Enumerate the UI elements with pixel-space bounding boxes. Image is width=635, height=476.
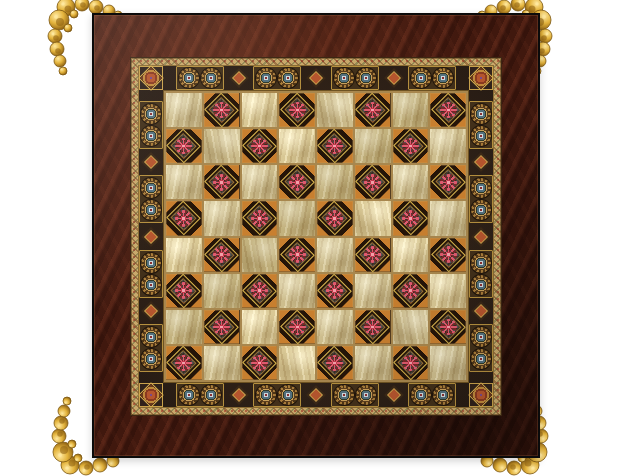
- red-flower-motif: [289, 174, 306, 190]
- square-b3[interactable]: [204, 274, 240, 308]
- diamond-separator: [145, 231, 156, 242]
- medallion-pair: [176, 383, 224, 407]
- square-e8[interactable]: [317, 93, 353, 127]
- square-g2[interactable]: [393, 310, 429, 344]
- diamond-separator: [145, 157, 156, 168]
- medallion-pair: [408, 66, 456, 90]
- square-d6[interactable]: [279, 165, 315, 199]
- rosette-medallion: [141, 200, 161, 220]
- medallion-band: [138, 65, 494, 408]
- square-a1[interactable]: [166, 346, 202, 380]
- red-flower-motif: [364, 319, 381, 335]
- square-h8[interactable]: [430, 93, 466, 127]
- medallion-pair: [139, 324, 163, 372]
- rosette-medallion: [433, 68, 453, 88]
- rosette-medallion: [141, 327, 161, 347]
- red-flower-motif: [402, 210, 419, 226]
- square-g7[interactable]: [393, 129, 429, 163]
- diamond-separator: [475, 305, 486, 316]
- square-e5[interactable]: [317, 201, 353, 235]
- red-flower-motif: [213, 246, 230, 262]
- square-c6[interactable]: [242, 165, 278, 199]
- medallion-pair: [408, 383, 456, 407]
- medallion-pair: [331, 383, 379, 407]
- red-flower-motif: [440, 246, 457, 262]
- rosette-medallion: [471, 327, 491, 347]
- medallion-pair: [253, 66, 301, 90]
- rosette-medallion: [471, 104, 491, 124]
- square-a2[interactable]: [166, 310, 202, 344]
- square-g5[interactable]: [393, 201, 429, 235]
- rosette-medallion: [433, 385, 453, 405]
- rosette-medallion: [278, 385, 298, 405]
- square-c3[interactable]: [242, 274, 278, 308]
- square-f1[interactable]: [355, 346, 391, 380]
- rosette-medallion: [201, 68, 221, 88]
- square-g1[interactable]: [393, 346, 429, 380]
- square-f3[interactable]: [355, 274, 391, 308]
- square-a7[interactable]: [166, 129, 202, 163]
- square-e1[interactable]: [317, 346, 353, 380]
- diamond-separator: [310, 72, 321, 83]
- medallion-pair: [469, 175, 493, 223]
- red-flower-motif: [251, 355, 268, 371]
- square-b7[interactable]: [204, 129, 240, 163]
- red-flower-motif: [251, 210, 268, 226]
- diamond-separator: [475, 231, 486, 242]
- medallion-pair: [331, 66, 379, 90]
- rosette-medallion: [471, 349, 491, 369]
- rosette-medallion: [471, 178, 491, 198]
- chess-table: [92, 13, 540, 458]
- rosette-medallion: [179, 385, 199, 405]
- square-d3[interactable]: [279, 274, 315, 308]
- square-f2[interactable]: [355, 310, 391, 344]
- red-flower-motif: [440, 174, 457, 190]
- band-corner-medallion-top-right: [469, 66, 493, 90]
- square-f6[interactable]: [355, 165, 391, 199]
- square-g4[interactable]: [393, 238, 429, 272]
- rosette-medallion: [471, 200, 491, 220]
- square-f8[interactable]: [355, 93, 391, 127]
- red-flower-motif: [364, 246, 381, 262]
- medallion-edge-left: [139, 92, 163, 381]
- square-h5[interactable]: [430, 201, 466, 235]
- square-g8[interactable]: [393, 93, 429, 127]
- square-h2[interactable]: [430, 310, 466, 344]
- diamond-separator: [310, 389, 321, 400]
- red-flower-motif: [213, 174, 230, 190]
- square-f5[interactable]: [355, 201, 391, 235]
- rosette-medallion: [334, 68, 354, 88]
- rosette-medallion: [471, 253, 491, 273]
- rosette-medallion: [141, 253, 161, 273]
- band-corner-medallion-top-left: [139, 66, 163, 90]
- rosette-medallion: [141, 349, 161, 369]
- square-a3[interactable]: [166, 274, 202, 308]
- square-e2[interactable]: [317, 310, 353, 344]
- red-flower-motif: [175, 210, 192, 226]
- square-c2[interactable]: [242, 310, 278, 344]
- chessboard: [164, 91, 468, 382]
- square-f7[interactable]: [355, 129, 391, 163]
- red-flower-motif: [402, 282, 419, 298]
- red-flower-motif: [251, 282, 268, 298]
- red-flower-motif: [402, 355, 419, 371]
- rosette-medallion: [141, 104, 161, 124]
- rosette-medallion: [256, 385, 276, 405]
- rosette-medallion: [256, 68, 276, 88]
- square-b4[interactable]: [204, 238, 240, 272]
- square-c8[interactable]: [242, 93, 278, 127]
- red-flower-motif: [289, 319, 306, 335]
- band-corner-medallion-bottom-left: [139, 383, 163, 407]
- red-flower-motif: [440, 319, 457, 335]
- diamond-separator: [388, 389, 399, 400]
- square-h7[interactable]: [430, 129, 466, 163]
- rosette-medallion: [201, 385, 221, 405]
- square-d7[interactable]: [279, 129, 315, 163]
- rosette-medallion: [356, 385, 376, 405]
- square-d5[interactable]: [279, 201, 315, 235]
- rosette-medallion: [356, 68, 376, 88]
- square-g3[interactable]: [393, 274, 429, 308]
- diamond-separator: [233, 389, 244, 400]
- square-c4[interactable]: [242, 238, 278, 272]
- square-a4[interactable]: [166, 238, 202, 272]
- product-photo: [0, 0, 635, 476]
- medallion-pair: [469, 101, 493, 149]
- medallion-pair: [253, 383, 301, 407]
- square-e4[interactable]: [317, 238, 353, 272]
- square-b6[interactable]: [204, 165, 240, 199]
- red-flower-motif: [213, 319, 230, 335]
- rosette-medallion: [179, 68, 199, 88]
- square-h4[interactable]: [430, 238, 466, 272]
- square-h1[interactable]: [430, 346, 466, 380]
- red-flower-motif: [289, 246, 306, 262]
- square-h3[interactable]: [430, 274, 466, 308]
- rosette-medallion: [411, 68, 431, 88]
- red-flower-motif: [289, 102, 306, 118]
- rosette-medallion: [141, 126, 161, 146]
- square-a6[interactable]: [166, 165, 202, 199]
- red-flower-motif: [440, 102, 457, 118]
- rosette-medallion: [471, 275, 491, 295]
- square-c5[interactable]: [242, 201, 278, 235]
- medallion-pair: [176, 66, 224, 90]
- square-b2[interactable]: [204, 310, 240, 344]
- rosette-medallion: [411, 385, 431, 405]
- square-d1[interactable]: [279, 346, 315, 380]
- square-d8[interactable]: [279, 93, 315, 127]
- rosette-medallion: [334, 385, 354, 405]
- square-h6[interactable]: [430, 165, 466, 199]
- diamond-separator: [475, 157, 486, 168]
- square-b1[interactable]: [204, 346, 240, 380]
- square-a5[interactable]: [166, 201, 202, 235]
- medallion-edge-bottom: [165, 383, 467, 407]
- medallion-edge-top: [165, 66, 467, 90]
- diamond-separator: [233, 72, 244, 83]
- band-corner-medallion-bottom-right: [469, 383, 493, 407]
- diamond-separator: [145, 305, 156, 316]
- square-e3[interactable]: [317, 274, 353, 308]
- square-g6[interactable]: [393, 165, 429, 199]
- medallion-pair: [469, 250, 493, 298]
- square-e7[interactable]: [317, 129, 353, 163]
- rosette-medallion: [471, 126, 491, 146]
- medallion-edge-right: [469, 92, 493, 381]
- square-a8[interactable]: [166, 93, 202, 127]
- square-d4[interactable]: [279, 238, 315, 272]
- square-b8[interactable]: [204, 93, 240, 127]
- square-b5[interactable]: [204, 201, 240, 235]
- medallion-pair: [469, 324, 493, 372]
- medallion-pair: [139, 250, 163, 298]
- medallion-pair: [139, 175, 163, 223]
- square-d2[interactable]: [279, 310, 315, 344]
- mosaic-border-strip: [130, 57, 502, 416]
- red-flower-motif: [364, 174, 381, 190]
- medallion-pair: [139, 101, 163, 149]
- square-e6[interactable]: [317, 165, 353, 199]
- red-flower-motif: [326, 210, 343, 226]
- square-c1[interactable]: [242, 346, 278, 380]
- square-f4[interactable]: [355, 238, 391, 272]
- square-c7[interactable]: [242, 129, 278, 163]
- diamond-separator: [388, 72, 399, 83]
- rosette-medallion: [278, 68, 298, 88]
- rosette-medallion: [141, 275, 161, 295]
- rosette-medallion: [141, 178, 161, 198]
